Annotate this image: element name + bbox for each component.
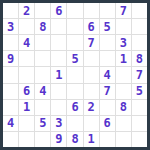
cell-r2c3[interactable]: 8 xyxy=(35,19,50,34)
cell-r7c8[interactable]: 8 xyxy=(116,100,131,115)
sudoku-board: 26738654739518147647516284536981 xyxy=(0,0,150,150)
cell-r3c5[interactable] xyxy=(67,35,82,50)
cell-r9c7[interactable] xyxy=(100,132,115,147)
cell-r1c4[interactable]: 6 xyxy=(51,3,66,18)
cell-r8c6[interactable] xyxy=(84,116,99,131)
cell-r9c4[interactable]: 9 xyxy=(51,132,66,147)
cell-r9c1[interactable] xyxy=(3,132,18,147)
cell-r5c3[interactable] xyxy=(35,67,50,82)
cell-r6c6[interactable] xyxy=(84,84,99,99)
cell-r2c9[interactable] xyxy=(132,19,147,34)
cell-r7c1[interactable] xyxy=(3,100,18,115)
cell-r1c8[interactable]: 7 xyxy=(116,3,131,18)
cell-r6c3[interactable]: 4 xyxy=(35,84,50,99)
cell-r4c3[interactable] xyxy=(35,51,50,66)
cell-r9c2[interactable] xyxy=(19,132,34,147)
cell-r7c6[interactable]: 2 xyxy=(84,100,99,115)
cell-r7c9[interactable] xyxy=(132,100,147,115)
cell-r3c3[interactable] xyxy=(35,35,50,50)
cell-r7c2[interactable]: 1 xyxy=(19,100,34,115)
cell-r8c1[interactable]: 4 xyxy=(3,116,18,131)
cell-r9c8[interactable] xyxy=(116,132,131,147)
cell-r5c1[interactable] xyxy=(3,67,18,82)
cell-r8c9[interactable] xyxy=(132,116,147,131)
cell-r7c7[interactable] xyxy=(100,100,115,115)
cell-r6c9[interactable]: 5 xyxy=(132,84,147,99)
cell-r4c6[interactable] xyxy=(84,51,99,66)
cell-r9c3[interactable] xyxy=(35,132,50,147)
cell-r6c2[interactable]: 6 xyxy=(19,84,34,99)
cell-r1c5[interactable] xyxy=(67,3,82,18)
cell-r9c9[interactable] xyxy=(132,132,147,147)
cell-r3c4[interactable] xyxy=(51,35,66,50)
cell-r5c5[interactable] xyxy=(67,67,82,82)
cell-r2c4[interactable] xyxy=(51,19,66,34)
cell-r1c2[interactable]: 2 xyxy=(19,3,34,18)
cell-r2c6[interactable]: 6 xyxy=(84,19,99,34)
cell-r8c3[interactable]: 5 xyxy=(35,116,50,131)
cell-r6c8[interactable] xyxy=(116,84,131,99)
cell-r5c9[interactable]: 7 xyxy=(132,67,147,82)
cell-r5c4[interactable]: 1 xyxy=(51,67,66,82)
cell-r2c5[interactable] xyxy=(67,19,82,34)
cell-r7c3[interactable] xyxy=(35,100,50,115)
cell-r3c2[interactable]: 4 xyxy=(19,35,34,50)
cell-r4c7[interactable] xyxy=(100,51,115,66)
cell-r2c2[interactable] xyxy=(19,19,34,34)
cell-r4c1[interactable]: 9 xyxy=(3,51,18,66)
cell-r1c7[interactable] xyxy=(100,3,115,18)
cell-r8c8[interactable] xyxy=(116,116,131,131)
cell-r5c8[interactable] xyxy=(116,67,131,82)
cell-r8c5[interactable] xyxy=(67,116,82,131)
cell-r4c4[interactable] xyxy=(51,51,66,66)
cell-r7c5[interactable]: 6 xyxy=(67,100,82,115)
cell-r3c1[interactable] xyxy=(3,35,18,50)
cell-r3c8[interactable]: 3 xyxy=(116,35,131,50)
cell-r5c2[interactable] xyxy=(19,67,34,82)
cell-r3c7[interactable] xyxy=(100,35,115,50)
cell-r9c6[interactable]: 1 xyxy=(84,132,99,147)
cell-r2c1[interactable]: 3 xyxy=(3,19,18,34)
cell-r6c1[interactable] xyxy=(3,84,18,99)
cell-r6c7[interactable]: 7 xyxy=(100,84,115,99)
cell-r4c8[interactable]: 1 xyxy=(116,51,131,66)
cell-r1c3[interactable] xyxy=(35,3,50,18)
cell-r5c7[interactable]: 4 xyxy=(100,67,115,82)
cell-r3c6[interactable]: 7 xyxy=(84,35,99,50)
cell-r8c7[interactable]: 6 xyxy=(100,116,115,131)
cell-r7c4[interactable] xyxy=(51,100,66,115)
cell-r9c5[interactable]: 8 xyxy=(67,132,82,147)
cell-r8c2[interactable] xyxy=(19,116,34,131)
cell-r1c6[interactable] xyxy=(84,3,99,18)
cell-r4c9[interactable]: 8 xyxy=(132,51,147,66)
cell-r4c5[interactable]: 5 xyxy=(67,51,82,66)
cell-r3c9[interactable] xyxy=(132,35,147,50)
cell-r4c2[interactable] xyxy=(19,51,34,66)
cell-r5c6[interactable] xyxy=(84,67,99,82)
cell-r1c9[interactable] xyxy=(132,3,147,18)
cell-r2c8[interactable] xyxy=(116,19,131,34)
cell-r2c7[interactable]: 5 xyxy=(100,19,115,34)
cell-r6c4[interactable] xyxy=(51,84,66,99)
cell-r1c1[interactable] xyxy=(3,3,18,18)
cell-r8c4[interactable]: 3 xyxy=(51,116,66,131)
cell-r6c5[interactable] xyxy=(67,84,82,99)
